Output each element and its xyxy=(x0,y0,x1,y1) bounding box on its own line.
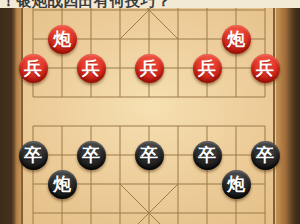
question-title-bar: ！银炮战四田有何技巧？ xyxy=(0,0,300,8)
red-soldier[interactable]: 兵 xyxy=(77,54,106,83)
black-soldier[interactable]: 卒 xyxy=(135,141,164,170)
board-grid-lines xyxy=(0,8,300,224)
question-title-text: ！银炮战四田有何技巧？ xyxy=(1,0,172,8)
red-soldier[interactable]: 兵 xyxy=(19,54,48,83)
red-soldier[interactable]: 兵 xyxy=(251,54,280,83)
red-soldier[interactable]: 兵 xyxy=(135,54,164,83)
black-soldier[interactable]: 卒 xyxy=(19,141,48,170)
xiangqi-board: 炮炮兵兵兵兵兵卒卒卒卒卒炮炮 xyxy=(0,8,300,224)
black-soldier[interactable]: 卒 xyxy=(193,141,222,170)
black-cannon[interactable]: 炮 xyxy=(48,170,77,199)
screenshot-root: ！银炮战四田有何技巧？ xyxy=(0,0,300,224)
red-cannon[interactable]: 炮 xyxy=(48,25,77,54)
black-cannon[interactable]: 炮 xyxy=(222,170,251,199)
black-soldier[interactable]: 卒 xyxy=(251,141,280,170)
black-soldier[interactable]: 卒 xyxy=(77,141,106,170)
red-soldier[interactable]: 兵 xyxy=(193,54,222,83)
red-cannon[interactable]: 炮 xyxy=(222,25,251,54)
